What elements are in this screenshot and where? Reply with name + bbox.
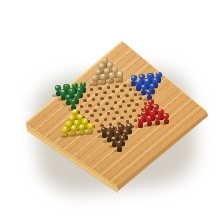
pegs-layer (0, 0, 220, 220)
peg-head (138, 117, 144, 123)
peg-body (93, 80, 98, 85)
peg-head (62, 126, 68, 132)
peg-head (117, 71, 123, 77)
brown-peg[interactable] (116, 141, 123, 152)
green-peg[interactable] (70, 99, 77, 110)
yellow-peg[interactable] (87, 123, 94, 134)
yellow-peg[interactable] (79, 124, 86, 135)
peg-head (92, 75, 98, 81)
natural-peg[interactable] (117, 71, 124, 82)
peg-body (80, 130, 85, 135)
red-peg[interactable] (163, 113, 170, 124)
peg-head (155, 114, 161, 120)
red-peg[interactable] (154, 114, 161, 125)
peg-head (146, 115, 152, 121)
peg-body (117, 146, 122, 151)
red-peg[interactable] (137, 117, 144, 128)
peg-body (164, 119, 169, 124)
peg-head (79, 124, 85, 130)
peg-head (71, 125, 77, 131)
blue-peg[interactable] (146, 89, 153, 100)
board-photo (0, 0, 220, 220)
peg-head (109, 72, 115, 78)
peg-body (101, 79, 106, 84)
yellow-peg[interactable] (62, 126, 69, 137)
peg-head (100, 74, 106, 80)
yellow-peg[interactable] (70, 125, 77, 136)
natural-peg[interactable] (92, 75, 99, 86)
natural-peg[interactable] (108, 72, 115, 83)
peg-head (87, 123, 93, 129)
natural-peg[interactable] (100, 74, 107, 85)
peg-head (70, 99, 76, 105)
peg-head (146, 89, 152, 95)
red-peg[interactable] (146, 115, 153, 126)
peg-body (138, 122, 143, 127)
peg-head (163, 113, 169, 119)
